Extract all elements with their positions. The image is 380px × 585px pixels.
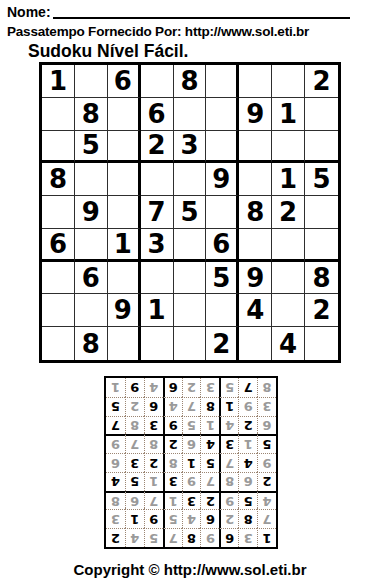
solution-cell: 7 <box>257 509 276 528</box>
sudoku-cell: 6 <box>141 98 174 131</box>
sudoku-cell[interactable] <box>174 163 207 196</box>
solution-cell: 9 <box>238 397 257 416</box>
solution-cell: 9 <box>144 509 163 528</box>
solution-cell: 2 <box>144 453 163 472</box>
worksheet-page: Nome: Passatempo Fornecido Por: http://w… <box>0 0 380 585</box>
sudoku-cell: 2 <box>305 294 338 327</box>
solution-cell: 1 <box>182 453 201 472</box>
solution-cell: 5 <box>219 378 238 397</box>
sudoku-cell: 9 <box>75 196 108 229</box>
solution-cell: 2 <box>257 472 276 491</box>
sudoku-cell: 1 <box>108 229 141 262</box>
sudoku-cell: 9 <box>239 98 272 131</box>
sudoku-cell: 7 <box>141 196 174 229</box>
solution-cell: 7 <box>238 378 257 397</box>
solution-cell: 7 <box>125 434 144 453</box>
solution-cell: 3 <box>106 509 125 528</box>
sudoku-cell: 4 <box>272 327 305 360</box>
solution-cell: 4 <box>125 528 144 547</box>
solution-cell: 5 <box>182 416 201 435</box>
sudoku-cell[interactable] <box>75 294 108 327</box>
solution-cell: 3 <box>144 416 163 435</box>
solution-cell: 5 <box>125 472 144 491</box>
sudoku-cell[interactable] <box>305 327 338 360</box>
sudoku-cell[interactable] <box>305 196 338 229</box>
solution-cell: 8 <box>182 528 201 547</box>
provider-text: Passatempo Fornecido Por: http://www.sol… <box>7 24 309 39</box>
sudoku-cell[interactable] <box>239 131 272 164</box>
solution-cell: 8 <box>238 509 257 528</box>
sudoku-cell[interactable] <box>141 65 174 98</box>
name-row: Nome: <box>7 4 350 20</box>
solution-cell: 6 <box>125 491 144 510</box>
solution-cell: 3 <box>200 378 219 397</box>
solution-cell: 6 <box>238 472 257 491</box>
solution-cell: 7 <box>182 397 201 416</box>
sudoku-cell[interactable] <box>108 196 141 229</box>
sudoku-cell[interactable] <box>174 294 207 327</box>
solution-cell: 4 <box>238 453 257 472</box>
solution-cell: 4 <box>200 434 219 453</box>
solution-cell: 3 <box>163 472 182 491</box>
solution-cell: 1 <box>219 397 238 416</box>
solution-cell: 8 <box>163 453 182 472</box>
sudoku-cell[interactable] <box>239 65 272 98</box>
sudoku-cell: 8 <box>305 262 338 295</box>
sudoku-cell: 8 <box>239 196 272 229</box>
sudoku-cell: 5 <box>75 131 108 164</box>
sudoku-cell[interactable] <box>42 294 75 327</box>
solution-cell: 1 <box>257 528 276 547</box>
solution-cell: 4 <box>182 509 201 528</box>
sudoku-cell: 1 <box>141 294 174 327</box>
copyright-text: Copyright © http://www.sol.eti.br <box>0 561 380 578</box>
solution-cell: 5 <box>106 397 125 416</box>
solution-cell: 2 <box>163 434 182 453</box>
solution-cell: 1 <box>238 434 257 453</box>
solution-cell: 5 <box>144 528 163 547</box>
sudoku-cell: 4 <box>239 294 272 327</box>
sudoku-cell[interactable] <box>174 262 207 295</box>
solution-cell: 2 <box>200 491 219 510</box>
sudoku-cell: 1 <box>272 98 305 131</box>
solution-cell: 4 <box>257 491 276 510</box>
solution-cell: 7 <box>106 416 125 435</box>
name-fill-line[interactable] <box>53 17 350 19</box>
solution-cell: 9 <box>257 453 276 472</box>
sudoku-cell: 6 <box>206 229 239 262</box>
sudoku-cell: 6 <box>75 262 108 295</box>
sudoku-cell[interactable] <box>42 327 75 360</box>
solution-cell: 9 <box>182 472 201 491</box>
sudoku-cell: 9 <box>239 262 272 295</box>
sudoku-cell: 6 <box>42 229 75 262</box>
sudoku-cell[interactable] <box>174 98 207 131</box>
solution-cell: 8 <box>257 378 276 397</box>
solution-cell: 4 <box>219 416 238 435</box>
sudoku-cell: 9 <box>108 294 141 327</box>
solution-cell: 3 <box>125 453 144 472</box>
solution-cell: 9 <box>200 528 219 547</box>
sudoku-cell: 2 <box>206 327 239 360</box>
sudoku-cell: 2 <box>272 196 305 229</box>
sudoku-cell[interactable] <box>75 65 108 98</box>
solution-cell: 6 <box>144 397 163 416</box>
sudoku-cell[interactable] <box>141 327 174 360</box>
sudoku-cell: 2 <box>141 131 174 164</box>
sudoku-cell[interactable] <box>141 262 174 295</box>
sudoku-cell[interactable] <box>42 196 75 229</box>
solution-cell: 5 <box>163 509 182 528</box>
solution-cell: 9 <box>125 378 144 397</box>
sudoku-cell[interactable] <box>42 262 75 295</box>
sudoku-cell[interactable] <box>108 131 141 164</box>
sudoku-cell: 1 <box>42 65 75 98</box>
solution-cell: 6 <box>257 416 276 435</box>
sudoku-cell[interactable] <box>75 229 108 262</box>
sudoku-cell[interactable] <box>206 196 239 229</box>
solution-cell: 4 <box>163 397 182 416</box>
solution-cell: 6 <box>200 509 219 528</box>
solution-board-rotated: 1369875427826459134592317682687931549475… <box>104 376 278 549</box>
sudoku-cell[interactable] <box>272 294 305 327</box>
sudoku-cell[interactable] <box>206 98 239 131</box>
sudoku-cell: 8 <box>75 327 108 360</box>
solution-cell: 1 <box>106 378 125 397</box>
solution-cell: 1 <box>125 509 144 528</box>
sudoku-cell[interactable] <box>272 131 305 164</box>
sudoku-cell[interactable] <box>174 327 207 360</box>
name-label: Nome: <box>7 4 51 20</box>
solution-cell: 3 <box>257 397 276 416</box>
solution-cell: 2 <box>125 397 144 416</box>
solution-cell: 8 <box>200 397 219 416</box>
sudoku-cell[interactable] <box>305 131 338 164</box>
solution-cell: 8 <box>125 416 144 435</box>
solution-cell: 1 <box>144 472 163 491</box>
sudoku-cell[interactable] <box>42 131 75 164</box>
sudoku-cell: 2 <box>305 65 338 98</box>
sudoku-cell: 3 <box>174 131 207 164</box>
solution-cell: 4 <box>144 378 163 397</box>
sudoku-cell[interactable] <box>108 327 141 360</box>
sudoku-cell[interactable] <box>272 65 305 98</box>
sudoku-cell: 6 <box>108 65 141 98</box>
solution-cell: 2 <box>106 528 125 547</box>
solution-cell: 2 <box>219 509 238 528</box>
solution-cell: 1 <box>163 491 182 510</box>
sudoku-cell[interactable] <box>239 229 272 262</box>
solution-cell: 8 <box>219 472 238 491</box>
solution-cell: 2 <box>238 416 257 435</box>
sudoku-cell[interactable] <box>272 229 305 262</box>
solution-cell: 6 <box>219 528 238 547</box>
sudoku-cell[interactable] <box>305 98 338 131</box>
solution-cell: 7 <box>200 472 219 491</box>
sudoku-cell: 8 <box>42 163 75 196</box>
sudoku-cell: 9 <box>206 163 239 196</box>
sudoku-cell: 3 <box>141 229 174 262</box>
sudoku-cell[interactable] <box>305 229 338 262</box>
sudoku-cell: 5 <box>305 163 338 196</box>
solution-cell: 5 <box>238 491 257 510</box>
solution-cell: 7 <box>219 453 238 472</box>
sudoku-cell: 5 <box>174 196 207 229</box>
sudoku-cell[interactable] <box>206 294 239 327</box>
sudoku-cell[interactable] <box>174 229 207 262</box>
solution-cell: 9 <box>163 416 182 435</box>
solution-cell: 1 <box>200 416 219 435</box>
solution-cell: 4 <box>106 472 125 491</box>
sudoku-cell[interactable] <box>108 262 141 295</box>
sudoku-cell[interactable] <box>206 65 239 98</box>
sudoku-cell[interactable] <box>75 163 108 196</box>
sudoku-cell: 5 <box>206 262 239 295</box>
solution-cell: 8 <box>106 491 125 510</box>
solution-cell: 7 <box>144 491 163 510</box>
solution-cell: 3 <box>182 491 201 510</box>
solution-cell: 8 <box>144 434 163 453</box>
sudoku-cell: 8 <box>174 65 207 98</box>
sudoku-cell[interactable] <box>239 327 272 360</box>
sudoku-cell: 8 <box>75 98 108 131</box>
sudoku-cell[interactable] <box>272 262 305 295</box>
sudoku-cell[interactable] <box>42 98 75 131</box>
sudoku-cell[interactable] <box>108 163 141 196</box>
page-title: Sudoku Nível Fácil. <box>28 41 188 62</box>
solution-cell: 6 <box>163 378 182 397</box>
solution-cell: 3 <box>219 434 238 453</box>
solution-cell: 9 <box>106 434 125 453</box>
sudoku-cell[interactable] <box>239 163 272 196</box>
solution-cell: 5 <box>257 434 276 453</box>
solution-cell: 6 <box>106 453 125 472</box>
solution-cell: 7 <box>163 528 182 547</box>
sudoku-cell: 1 <box>272 163 305 196</box>
solution-cell: 9 <box>219 491 238 510</box>
sudoku-cell[interactable] <box>141 163 174 196</box>
solution-cell: 5 <box>200 453 219 472</box>
solution-cell: 2 <box>182 378 201 397</box>
solution-cell: 6 <box>182 434 201 453</box>
sudoku-board: 16828691523891597582613665989142824 <box>39 62 341 363</box>
solution-cell: 3 <box>238 528 257 547</box>
sudoku-cell[interactable] <box>108 98 141 131</box>
sudoku-cell[interactable] <box>206 131 239 164</box>
